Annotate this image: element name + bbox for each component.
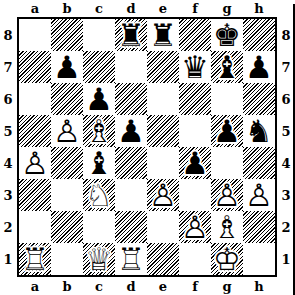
- piece-black-pawn-icon[interactable]: ♟: [243, 51, 275, 83]
- piece-white-queen-icon[interactable]: ♛♕: [83, 243, 115, 275]
- rank-label-2: 2: [278, 211, 294, 243]
- piece-black-rook-icon[interactable]: ♜: [115, 19, 147, 51]
- square-b4[interactable]: [51, 147, 83, 179]
- square-g8[interactable]: ♚: [211, 19, 243, 51]
- square-c8[interactable]: [83, 19, 115, 51]
- rank-label-4: 4: [0, 147, 16, 179]
- square-h6[interactable]: [243, 83, 275, 115]
- square-a2[interactable]: [19, 211, 51, 243]
- square-g6[interactable]: [211, 83, 243, 115]
- square-e4[interactable]: [147, 147, 179, 179]
- piece-silhouette: ♜: [115, 19, 147, 51]
- square-c6[interactable]: ♟: [83, 83, 115, 115]
- square-b7[interactable]: ♟: [51, 51, 83, 83]
- square-d5[interactable]: ♟: [115, 115, 147, 147]
- square-c1[interactable]: ♛♕: [83, 243, 115, 275]
- square-b8[interactable]: [51, 19, 83, 51]
- piece-white-pawn-icon[interactable]: ♟♙: [19, 147, 51, 179]
- file-label-e: e: [147, 277, 179, 295]
- piece-silhouette: ♜: [147, 19, 179, 51]
- piece-outline: ♘: [83, 179, 115, 211]
- square-h5[interactable]: ♞: [243, 115, 275, 147]
- square-g7[interactable]: ♝: [211, 51, 243, 83]
- rank-label-3: 3: [278, 179, 294, 211]
- file-label-g: g: [211, 0, 243, 16]
- piece-white-pawn-icon[interactable]: ♟♙: [211, 179, 243, 211]
- file-label-f: f: [179, 277, 211, 295]
- piece-silhouette: ♟: [179, 147, 211, 179]
- square-f1[interactable]: [179, 243, 211, 275]
- piece-outline: ♙: [51, 115, 83, 147]
- piece-silhouette: ♟: [211, 115, 243, 147]
- file-label-a: a: [19, 277, 51, 295]
- rank-label-3: 3: [0, 179, 16, 211]
- square-d2[interactable]: [115, 211, 147, 243]
- square-a4[interactable]: ♟♙: [19, 147, 51, 179]
- piece-silhouette: ♞: [243, 115, 275, 147]
- square-c7[interactable]: [83, 51, 115, 83]
- square-d3[interactable]: [115, 179, 147, 211]
- piece-white-pawn-icon[interactable]: ♟♙: [179, 211, 211, 243]
- rank-label-8: 8: [0, 19, 16, 51]
- piece-black-knight-icon[interactable]: ♞: [243, 115, 275, 147]
- piece-black-bishop-icon[interactable]: ♝: [211, 51, 243, 83]
- piece-silhouette: ♝: [211, 51, 243, 83]
- file-label-c: c: [83, 0, 115, 16]
- square-a8[interactable]: [19, 19, 51, 51]
- piece-black-queen-icon[interactable]: ♛: [179, 51, 211, 83]
- piece-silhouette: ♟: [51, 51, 83, 83]
- square-e1[interactable]: [147, 243, 179, 275]
- piece-black-pawn-icon[interactable]: ♟: [179, 147, 211, 179]
- square-e7[interactable]: [147, 51, 179, 83]
- piece-outline: ♙: [179, 211, 211, 243]
- piece-outline: ♗: [211, 211, 243, 243]
- rank-label-4: 4: [278, 147, 294, 179]
- piece-silhouette: ♛: [179, 51, 211, 83]
- file-label-d: d: [115, 0, 147, 16]
- square-g2[interactable]: ♝♗: [211, 211, 243, 243]
- piece-white-pawn-icon[interactable]: ♟♙: [243, 179, 275, 211]
- piece-black-pawn-icon[interactable]: ♟: [51, 51, 83, 83]
- square-h2[interactable]: [243, 211, 275, 243]
- square-c5[interactable]: ♝♗: [83, 115, 115, 147]
- piece-outline: ♖: [115, 243, 147, 275]
- file-label-f: f: [179, 0, 211, 16]
- square-h7[interactable]: ♟: [243, 51, 275, 83]
- file-label-a: a: [19, 0, 51, 16]
- square-h8[interactable]: [243, 19, 275, 51]
- square-f7[interactable]: ♛: [179, 51, 211, 83]
- square-a3[interactable]: [19, 179, 51, 211]
- piece-silhouette: ♚: [211, 19, 243, 51]
- square-f6[interactable]: [179, 83, 211, 115]
- square-e3[interactable]: ♟♙: [147, 179, 179, 211]
- file-label-e: e: [147, 0, 179, 16]
- file-label-h: h: [243, 0, 275, 16]
- square-b6[interactable]: [51, 83, 83, 115]
- piece-white-knight-icon[interactable]: ♞♘: [83, 179, 115, 211]
- rank-labels-right: 87654321: [278, 19, 294, 275]
- square-d1[interactable]: ♜♖: [115, 243, 147, 275]
- piece-silhouette: ♟: [83, 83, 115, 115]
- square-d7[interactable]: [115, 51, 147, 83]
- piece-black-bishop-icon[interactable]: ♝: [83, 147, 115, 179]
- square-a6[interactable]: [19, 83, 51, 115]
- rank-label-8: 8: [278, 19, 294, 51]
- chess-diagram: abcdefgh abcdefgh 87654321 87654321 ♜♜♚♟…: [0, 0, 295, 295]
- rank-labels-left: 87654321: [0, 19, 16, 275]
- square-d4[interactable]: [115, 147, 147, 179]
- piece-white-pawn-icon[interactable]: ♟♙: [147, 179, 179, 211]
- square-e5[interactable]: [147, 115, 179, 147]
- piece-outline: ♗: [83, 115, 115, 147]
- square-h4[interactable]: [243, 147, 275, 179]
- rank-label-5: 5: [278, 115, 294, 147]
- piece-black-rook-icon[interactable]: ♜: [147, 19, 179, 51]
- piece-black-pawn-icon[interactable]: ♟: [83, 83, 115, 115]
- square-f8[interactable]: [179, 19, 211, 51]
- square-c3[interactable]: ♞♘: [83, 179, 115, 211]
- file-label-d: d: [115, 277, 147, 295]
- piece-outline: ♙: [243, 179, 275, 211]
- piece-outline: ♙: [147, 179, 179, 211]
- file-label-h: h: [243, 277, 275, 295]
- square-c4[interactable]: ♝: [83, 147, 115, 179]
- piece-black-pawn-icon[interactable]: ♟: [211, 115, 243, 147]
- square-g1[interactable]: ♚♔: [211, 243, 243, 275]
- square-e8[interactable]: ♜: [147, 19, 179, 51]
- piece-white-bishop-icon[interactable]: ♝♗: [83, 115, 115, 147]
- piece-outline: ♕: [83, 243, 115, 275]
- piece-outline: ♔: [211, 243, 243, 275]
- piece-white-pawn-icon[interactable]: ♟♙: [51, 115, 83, 147]
- square-a5[interactable]: [19, 115, 51, 147]
- piece-white-king-icon[interactable]: ♚♔: [211, 243, 243, 275]
- piece-white-rook-icon[interactable]: ♜♖: [19, 243, 51, 275]
- rank-label-6: 6: [0, 83, 16, 115]
- piece-outline: ♙: [211, 179, 243, 211]
- square-d6[interactable]: [115, 83, 147, 115]
- rank-label-6: 6: [278, 83, 294, 115]
- file-labels-top: abcdefgh: [19, 0, 275, 16]
- rank-label-5: 5: [0, 115, 16, 147]
- rank-label-7: 7: [278, 51, 294, 83]
- square-a1[interactable]: ♜♖: [19, 243, 51, 275]
- square-b3[interactable]: [51, 179, 83, 211]
- square-e2[interactable]: [147, 211, 179, 243]
- square-h3[interactable]: ♟♙: [243, 179, 275, 211]
- piece-silhouette: ♟: [243, 51, 275, 83]
- piece-silhouette: ♟: [115, 115, 147, 147]
- file-label-b: b: [51, 0, 83, 16]
- piece-silhouette: ♝: [83, 147, 115, 179]
- piece-outline: ♙: [19, 147, 51, 179]
- square-a7[interactable]: [19, 51, 51, 83]
- square-f5[interactable]: [179, 115, 211, 147]
- piece-black-king-icon[interactable]: ♚: [211, 19, 243, 51]
- square-c2[interactable]: [83, 211, 115, 243]
- rank-label-7: 7: [0, 51, 16, 83]
- file-label-g: g: [211, 277, 243, 295]
- rank-label-2: 2: [0, 211, 16, 243]
- piece-outline: ♖: [19, 243, 51, 275]
- scan-edge-artifact: [293, 4, 295, 295]
- square-g4[interactable]: [211, 147, 243, 179]
- square-b2[interactable]: [51, 211, 83, 243]
- rank-label-1: 1: [0, 243, 16, 275]
- square-f3[interactable]: [179, 179, 211, 211]
- file-label-c: c: [83, 277, 115, 295]
- square-d8[interactable]: ♜: [115, 19, 147, 51]
- file-labels-bottom: abcdefgh: [19, 277, 275, 295]
- piece-white-rook-icon[interactable]: ♜♖: [115, 243, 147, 275]
- square-f4[interactable]: ♟: [179, 147, 211, 179]
- square-e6[interactable]: [147, 83, 179, 115]
- piece-black-pawn-icon[interactable]: ♟: [115, 115, 147, 147]
- square-b5[interactable]: ♟♙: [51, 115, 83, 147]
- square-h1[interactable]: [243, 243, 275, 275]
- piece-white-bishop-icon[interactable]: ♝♗: [211, 211, 243, 243]
- square-b1[interactable]: [51, 243, 83, 275]
- file-label-b: b: [51, 277, 83, 295]
- rank-label-1: 1: [278, 243, 294, 275]
- square-f2[interactable]: ♟♙: [179, 211, 211, 243]
- square-g5[interactable]: ♟: [211, 115, 243, 147]
- chess-board: ♜♜♚♟♛♝♟♟♟♙♝♗♟♟♞♟♙♝♟♞♘♟♙♟♙♟♙♟♙♝♗♜♖♛♕♜♖♚♔: [17, 17, 277, 277]
- square-g3[interactable]: ♟♙: [211, 179, 243, 211]
